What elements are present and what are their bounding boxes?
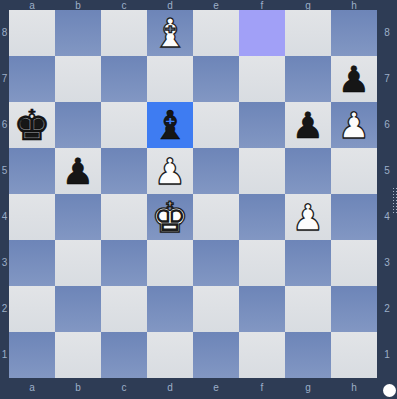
- coord-label-e: e: [193, 378, 239, 399]
- square-a2[interactable]: [9, 286, 55, 332]
- square-d5[interactable]: ♟: [147, 148, 193, 194]
- square-b7[interactable]: [55, 56, 101, 102]
- square-a3[interactable]: [9, 240, 55, 286]
- square-h1[interactable]: [331, 332, 377, 378]
- square-h6[interactable]: ♟: [331, 102, 377, 148]
- file-labels-top: abcdefgh: [9, 0, 377, 10]
- square-e4[interactable]: [193, 194, 239, 240]
- coord-label-c: c: [101, 0, 147, 10]
- file-labels-bottom: abcdefgh: [9, 378, 377, 399]
- resize-grip-icon[interactable]: [392, 187, 397, 213]
- coord-label-f: f: [239, 0, 285, 10]
- chess-board[interactable]: ♝♟♚♝♟♟♟♟♚♟: [9, 10, 377, 378]
- square-e1[interactable]: [193, 332, 239, 378]
- black-pawn[interactable]: ♟: [55, 148, 101, 194]
- square-c3[interactable]: [101, 240, 147, 286]
- square-b8[interactable]: [55, 10, 101, 56]
- coord-label-4: 4: [0, 194, 9, 240]
- square-c4[interactable]: [101, 194, 147, 240]
- square-g3[interactable]: [285, 240, 331, 286]
- square-b2[interactable]: [55, 286, 101, 332]
- square-h4[interactable]: [331, 194, 377, 240]
- square-c2[interactable]: [101, 286, 147, 332]
- coord-label-b: b: [55, 0, 101, 10]
- coord-label-2: 2: [377, 286, 397, 332]
- coord-label-d: d: [147, 0, 193, 10]
- coord-label-1: 1: [0, 332, 9, 378]
- coord-label-d: d: [147, 378, 193, 399]
- square-d8[interactable]: ♝: [147, 10, 193, 56]
- square-f7[interactable]: [239, 56, 285, 102]
- black-pawn[interactable]: ♟: [331, 56, 377, 102]
- square-f2[interactable]: [239, 286, 285, 332]
- square-f1[interactable]: [239, 332, 285, 378]
- square-b1[interactable]: [55, 332, 101, 378]
- coord-label-3: 3: [0, 240, 9, 286]
- square-f3[interactable]: [239, 240, 285, 286]
- square-a4[interactable]: [9, 194, 55, 240]
- white-bishop[interactable]: ♝: [147, 10, 193, 56]
- square-f8[interactable]: [239, 10, 285, 56]
- rank-labels-left: 87654321: [0, 10, 9, 378]
- coord-label-5: 5: [0, 148, 9, 194]
- square-a1[interactable]: [9, 332, 55, 378]
- white-pawn[interactable]: ♟: [147, 148, 193, 194]
- coord-label-h: h: [331, 378, 377, 399]
- square-a7[interactable]: [9, 56, 55, 102]
- coord-label-6: 6: [377, 102, 397, 148]
- square-h2[interactable]: [331, 286, 377, 332]
- square-d4[interactable]: ♚: [147, 194, 193, 240]
- coord-label-f: f: [239, 378, 285, 399]
- square-e5[interactable]: [193, 148, 239, 194]
- square-d6[interactable]: ♝: [147, 102, 193, 148]
- coord-label-3: 3: [377, 240, 397, 286]
- square-d3[interactable]: [147, 240, 193, 286]
- square-a8[interactable]: [9, 10, 55, 56]
- square-g7[interactable]: [285, 56, 331, 102]
- coord-label-e: e: [193, 0, 239, 10]
- square-e8[interactable]: [193, 10, 239, 56]
- square-f6[interactable]: [239, 102, 285, 148]
- square-g2[interactable]: [285, 286, 331, 332]
- white-pawn[interactable]: ♟: [331, 102, 377, 148]
- white-to-move-indicator: [383, 384, 396, 397]
- square-a6[interactable]: ♚: [9, 102, 55, 148]
- square-c8[interactable]: [101, 10, 147, 56]
- coord-label-a: a: [9, 0, 55, 10]
- black-pawn[interactable]: ♟: [285, 102, 331, 148]
- coord-label-c: c: [101, 378, 147, 399]
- square-h5[interactable]: [331, 148, 377, 194]
- square-c1[interactable]: [101, 332, 147, 378]
- black-bishop[interactable]: ♝: [147, 102, 193, 148]
- square-c7[interactable]: [101, 56, 147, 102]
- chess-board-panel: abcdefgh abcdefgh 87654321 87654321 ♝♟♚♝…: [0, 0, 397, 399]
- square-d1[interactable]: [147, 332, 193, 378]
- square-b4[interactable]: [55, 194, 101, 240]
- square-d7[interactable]: [147, 56, 193, 102]
- square-e3[interactable]: [193, 240, 239, 286]
- white-king[interactable]: ♚: [147, 194, 193, 240]
- square-h7[interactable]: ♟: [331, 56, 377, 102]
- square-c6[interactable]: [101, 102, 147, 148]
- coord-label-h: h: [331, 0, 377, 10]
- white-pawn[interactable]: ♟: [285, 194, 331, 240]
- square-c5[interactable]: [101, 148, 147, 194]
- square-b6[interactable]: [55, 102, 101, 148]
- square-d2[interactable]: [147, 286, 193, 332]
- black-king[interactable]: ♚: [9, 102, 55, 148]
- coord-label-8: 8: [377, 10, 397, 56]
- square-h8[interactable]: [331, 10, 377, 56]
- square-g4[interactable]: ♟: [285, 194, 331, 240]
- square-g6[interactable]: ♟: [285, 102, 331, 148]
- square-e2[interactable]: [193, 286, 239, 332]
- coord-label-2: 2: [0, 286, 9, 332]
- square-f5[interactable]: [239, 148, 285, 194]
- square-g5[interactable]: [285, 148, 331, 194]
- square-e7[interactable]: [193, 56, 239, 102]
- square-g1[interactable]: [285, 332, 331, 378]
- square-h3[interactable]: [331, 240, 377, 286]
- square-a5[interactable]: [9, 148, 55, 194]
- coord-label-a: a: [9, 378, 55, 399]
- square-f4[interactable]: [239, 194, 285, 240]
- coord-label-1: 1: [377, 332, 397, 378]
- square-b5[interactable]: ♟: [55, 148, 101, 194]
- coord-label-7: 7: [0, 56, 9, 102]
- square-e6[interactable]: [193, 102, 239, 148]
- square-g8[interactable]: [285, 10, 331, 56]
- coord-label-g: g: [285, 0, 331, 10]
- coord-label-6: 6: [0, 102, 9, 148]
- square-b3[interactable]: [55, 240, 101, 286]
- coord-label-b: b: [55, 378, 101, 399]
- coord-label-8: 8: [0, 10, 9, 56]
- coord-label-g: g: [285, 378, 331, 399]
- coord-label-7: 7: [377, 56, 397, 102]
